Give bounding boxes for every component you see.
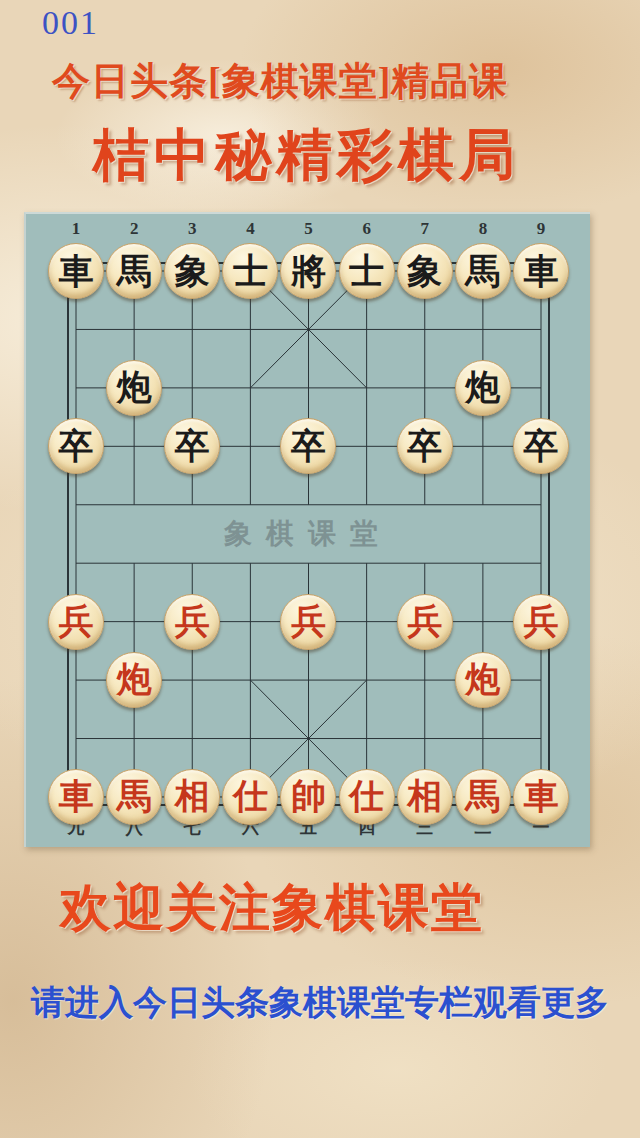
piece-black[interactable]: 卒: [397, 418, 453, 474]
piece-red[interactable]: 帥: [280, 769, 336, 825]
piece-black[interactable]: 士: [339, 243, 395, 299]
piece-black[interactable]: 車: [48, 243, 104, 299]
file-label-top: 4: [246, 220, 255, 237]
piece-black[interactable]: 車: [513, 243, 569, 299]
piece-black[interactable]: 炮: [455, 360, 511, 416]
piece-black[interactable]: 馬: [455, 243, 511, 299]
file-label-top: 7: [421, 220, 430, 237]
piece-red[interactable]: 兵: [513, 594, 569, 650]
piece-red[interactable]: 仕: [339, 769, 395, 825]
piece-red[interactable]: 兵: [48, 594, 104, 650]
file-label-top: 6: [362, 220, 371, 237]
piece-red[interactable]: 馬: [106, 769, 162, 825]
xiangqi-board: 123456789 九八七六五四三二一 象棋课堂 車馬象士將士象馬車炮炮卒卒卒卒…: [24, 212, 590, 847]
file-label-top: 8: [479, 220, 488, 237]
piece-red[interactable]: 車: [48, 769, 104, 825]
piece-red[interactable]: 仕: [222, 769, 278, 825]
piece-red[interactable]: 炮: [106, 652, 162, 708]
piece-black[interactable]: 炮: [106, 360, 162, 416]
file-label-top: 3: [188, 220, 197, 237]
piece-black[interactable]: 象: [397, 243, 453, 299]
piece-red[interactable]: 兵: [280, 594, 336, 650]
file-label-top: 9: [537, 220, 546, 237]
piece-red[interactable]: 相: [164, 769, 220, 825]
piece-black[interactable]: 將: [280, 243, 336, 299]
piece-red[interactable]: 車: [513, 769, 569, 825]
piece-red[interactable]: 兵: [397, 594, 453, 650]
piece-black[interactable]: 馬: [106, 243, 162, 299]
file-label-top: 5: [304, 220, 313, 237]
piece-black[interactable]: 卒: [513, 418, 569, 474]
page-number: 001: [42, 4, 99, 42]
piece-black[interactable]: 象: [164, 243, 220, 299]
piece-red[interactable]: 馬: [455, 769, 511, 825]
page-title: 桔中秘精彩棋局: [93, 118, 633, 194]
piece-red[interactable]: 兵: [164, 594, 220, 650]
piece-black[interactable]: 卒: [164, 418, 220, 474]
file-label-top: 2: [130, 220, 139, 237]
piece-black[interactable]: 卒: [48, 418, 104, 474]
piece-black[interactable]: 卒: [280, 418, 336, 474]
channel-subtitle: 今日头条[象棋课堂]精品课: [52, 56, 612, 107]
file-label-top: 1: [72, 220, 81, 237]
piece-red[interactable]: 炮: [455, 652, 511, 708]
footer-welcome-text: 欢迎关注象棋课堂: [60, 874, 620, 943]
footer-info-text: 请进入今日头条象棋课堂专栏观看更多: [0, 980, 640, 1026]
piece-black[interactable]: 士: [222, 243, 278, 299]
piece-red[interactable]: 相: [397, 769, 453, 825]
pieces-layer: 車馬象士將士象馬車炮炮卒卒卒卒卒兵兵兵兵兵炮炮車馬相仕帥仕相馬車: [47, 242, 570, 826]
